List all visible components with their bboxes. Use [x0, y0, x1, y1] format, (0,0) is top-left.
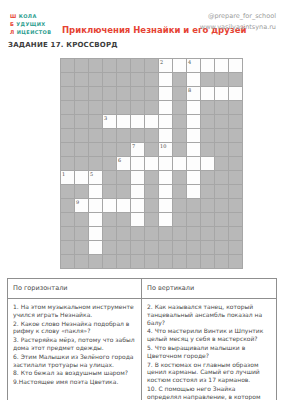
blocked-cell: [103, 59, 116, 72]
answer-cell[interactable]: [89, 185, 102, 198]
blocked-cell: [215, 157, 228, 170]
blocked-cell: [103, 227, 116, 240]
logo-line: Л ИЦЕИСТОВ: [10, 29, 51, 37]
answer-cell[interactable]: 3: [103, 115, 116, 128]
blocked-cell: [103, 213, 116, 226]
blocked-cell: [103, 241, 116, 254]
blocked-cell: [173, 199, 186, 212]
blocked-cell: [201, 185, 214, 198]
blocked-cell: [117, 101, 130, 114]
blocked-cell: [229, 213, 242, 226]
blocked-cell: [75, 241, 88, 254]
blocked-cell: [173, 185, 186, 198]
blocked-cell: [145, 73, 158, 86]
logo-line: Ш КОЛА: [10, 13, 51, 21]
blocked-cell: [215, 185, 228, 198]
blocked-cell: [229, 73, 242, 86]
answer-cell[interactable]: [229, 87, 242, 100]
blocked-cell: [187, 199, 200, 212]
blocked-cell: [201, 73, 214, 86]
blocked-cell: [229, 227, 242, 240]
blocked-cell: [61, 115, 74, 128]
clue-number: 3: [104, 115, 107, 121]
blocked-cell: [117, 73, 130, 86]
blocked-cell: [117, 185, 130, 198]
answer-cell[interactable]: 5: [89, 171, 102, 184]
blocked-cell: [75, 73, 88, 86]
clue-item: 1. На этом музыкальном инструменте училс…: [13, 303, 136, 319]
blocked-cell: [229, 241, 242, 254]
clue-number: 2: [160, 59, 163, 65]
blocked-cell: [89, 101, 102, 114]
blocked-cell: [173, 129, 186, 142]
blocked-cell: [187, 213, 200, 226]
blocked-cell: [61, 59, 74, 72]
blocked-cell: [117, 213, 130, 226]
blocked-cell: [229, 185, 242, 198]
blocked-cell: [61, 185, 74, 198]
answer-cell[interactable]: [187, 129, 200, 142]
task-label: ЗАДАНИЕ 17. КРОССВОРД: [8, 41, 118, 49]
blocked-cell: [173, 101, 186, 114]
blocked-cell: [215, 143, 228, 156]
blocked-cell: [159, 255, 172, 268]
blocked-cell: [75, 255, 88, 268]
answer-cell[interactable]: [187, 185, 200, 198]
answer-cell[interactable]: [159, 171, 172, 184]
blocked-cell: [103, 87, 116, 100]
social-links: @prepare_for_school www.vasilyasintsyna.…: [200, 11, 276, 34]
answer-cell[interactable]: [187, 73, 200, 86]
answer-cell[interactable]: [187, 143, 200, 156]
answer-cell[interactable]: 4: [187, 59, 200, 72]
blocked-cell: [215, 101, 228, 114]
blocked-cell: [117, 241, 130, 254]
blocked-cell: [75, 101, 88, 114]
blocked-cell: [145, 143, 158, 156]
blocked-cell: [75, 227, 88, 240]
blocked-cell: [131, 59, 144, 72]
blocked-cell: [229, 157, 242, 170]
blocked-cell: [145, 129, 158, 142]
blocked-cell: [229, 199, 242, 212]
blocked-cell: [229, 101, 242, 114]
instagram-handle: @prepare_for_school: [200, 11, 276, 22]
blocked-cell: [75, 157, 88, 170]
answer-cell[interactable]: [173, 157, 186, 170]
blocked-cell: [173, 87, 186, 100]
blocked-cell: [131, 227, 144, 240]
blocked-cell: [201, 255, 214, 268]
blocked-cell: [201, 171, 214, 184]
blocked-cell: [103, 255, 116, 268]
blocked-cell: [173, 73, 186, 86]
clue-number: 9: [76, 199, 79, 205]
blocked-cell: [75, 87, 88, 100]
answer-cell[interactable]: [159, 185, 172, 198]
blocked-cell: [201, 241, 214, 254]
logo-rest: КОЛА: [17, 13, 37, 19]
answer-cell[interactable]: [187, 101, 200, 114]
blocked-cell: [89, 59, 102, 72]
blocked-cell: [61, 87, 74, 100]
answer-cell[interactable]: [187, 171, 200, 184]
blocked-cell: [61, 241, 74, 254]
down-clue-list: 2. Как назывался танец, который танцевал…: [142, 299, 276, 400]
logo-rest: ИЦЕИСТОВ: [15, 29, 52, 35]
blocked-cell: [75, 129, 88, 142]
answer-cell[interactable]: [201, 59, 214, 72]
answer-cell[interactable]: [89, 213, 102, 226]
answer-cell[interactable]: [131, 115, 144, 128]
blocked-cell: [117, 227, 130, 240]
blocked-cell: [89, 129, 102, 142]
answer-cell[interactable]: [173, 59, 186, 72]
blocked-cell: [201, 213, 214, 226]
blocked-cell: [201, 115, 214, 128]
blocked-cell: [145, 101, 158, 114]
blocked-cell: [215, 241, 228, 254]
blocked-cell: [145, 227, 158, 240]
clue-number: 10: [160, 143, 166, 149]
blocked-cell: [61, 129, 74, 142]
blocked-cell: [173, 115, 186, 128]
across-header: По горизонтали: [8, 279, 142, 299]
answer-cell[interactable]: [201, 157, 214, 170]
blocked-cell: [103, 143, 116, 156]
answer-cell[interactable]: [117, 199, 130, 212]
logo-initial: Ш: [10, 13, 17, 19]
blocked-cell: [173, 227, 186, 240]
blocked-cell: [75, 115, 88, 128]
blocked-cell: [117, 143, 130, 156]
answer-cell[interactable]: [159, 199, 172, 212]
answer-cell[interactable]: [131, 199, 144, 212]
blocked-cell: [131, 87, 144, 100]
clue-item: 8. Кто бежал за воздушным шаром?: [13, 369, 136, 377]
blocked-cell: [229, 129, 242, 142]
blocked-cell: [215, 199, 228, 212]
clue-item: 9.Настоящее имя поэта Цветика.: [13, 378, 136, 386]
blocked-cell: [201, 227, 214, 240]
blocked-cell: [75, 213, 88, 226]
answer-cell[interactable]: [131, 157, 144, 170]
blocked-cell: [145, 59, 158, 72]
blocked-cell: [117, 87, 130, 100]
worksheet-page: Ш КОЛАБ УДУЩИХЛ ИЦЕИСТОВ Приключения Нез…: [0, 0, 283, 400]
blocked-cell: [201, 129, 214, 142]
blocked-cell: [229, 255, 242, 268]
answer-cell[interactable]: [187, 157, 200, 170]
blocked-cell: [61, 213, 74, 226]
blocked-cell: [89, 87, 102, 100]
blocked-cell: [173, 171, 186, 184]
answer-cell[interactable]: [201, 87, 214, 100]
blocked-cell: [61, 73, 74, 86]
answer-cell[interactable]: [159, 157, 172, 170]
blocked-cell: [215, 227, 228, 240]
blocked-cell: [229, 171, 242, 184]
crossword-grid: 24837106159: [60, 58, 243, 269]
blocked-cell: [131, 255, 144, 268]
blocked-cell: [103, 73, 116, 86]
blocked-cell: [215, 171, 228, 184]
answer-cell[interactable]: 9: [75, 199, 88, 212]
clue-item: 3. Растеряйка мёрз, потому что забыл дом…: [13, 336, 136, 352]
logo-rest: УДУЩИХ: [14, 21, 45, 27]
clue-item: 5. Что выращивали малышки в Цветочном го…: [147, 344, 271, 360]
blocked-cell: [75, 59, 88, 72]
answer-cell[interactable]: [159, 129, 172, 142]
clue-number: 7: [132, 143, 135, 149]
blocked-cell: [215, 115, 228, 128]
blocked-cell: [145, 87, 158, 100]
blocked-cell: [61, 101, 74, 114]
blocked-cell: [215, 213, 228, 226]
blocked-cell: [89, 255, 102, 268]
answer-cell[interactable]: 8: [187, 87, 200, 100]
blocked-cell: [173, 143, 186, 156]
answer-cell[interactable]: 2: [159, 59, 172, 72]
clue-number: 1: [62, 171, 65, 177]
blocked-cell: [103, 185, 116, 198]
blocked-cell: [201, 101, 214, 114]
blocked-cell: [215, 255, 228, 268]
answer-cell[interactable]: [159, 101, 172, 114]
blocked-cell: [131, 101, 144, 114]
blocked-cell: [173, 241, 186, 254]
blocked-cell: [117, 129, 130, 142]
blocked-cell: [159, 227, 172, 240]
clue-item: 7. В костюмах он главным образом ценил к…: [147, 361, 271, 384]
clue-item: 2. Как назывался танец, который танцевал…: [147, 303, 271, 326]
blocked-cell: [145, 241, 158, 254]
blocked-cell: [173, 213, 186, 226]
answer-cell[interactable]: [229, 59, 242, 72]
blocked-cell: [117, 59, 130, 72]
blocked-cell: [187, 227, 200, 240]
clue-item: 4. Что мастерили Винтик и Шпунтик целый …: [147, 327, 271, 343]
blocked-cell: [103, 171, 116, 184]
blocked-cell: [187, 241, 200, 254]
blocked-cell: [89, 73, 102, 86]
blocked-cell: [89, 143, 102, 156]
answer-cell[interactable]: [159, 87, 172, 100]
answer-cell[interactable]: [145, 157, 158, 170]
blocked-cell: [187, 255, 200, 268]
blocked-cell: [145, 255, 158, 268]
blocked-cell: [89, 157, 102, 170]
blocked-cell: [61, 199, 74, 212]
school-logo: Ш КОЛАБ УДУЩИХЛ ИЦЕИСТОВ: [10, 13, 51, 36]
blocked-cell: [173, 255, 186, 268]
clue-item: 6. Этим Малышки из Зелёного города засти…: [13, 353, 136, 369]
blocked-cell: [145, 171, 158, 184]
blocked-cell: [215, 129, 228, 142]
blocked-cell: [131, 129, 144, 142]
answer-cell[interactable]: [159, 73, 172, 86]
blocked-cell: [61, 157, 74, 170]
answer-cell[interactable]: [75, 171, 88, 184]
answer-cell[interactable]: [145, 115, 158, 128]
blocked-cell: [229, 143, 242, 156]
blocked-cell: [131, 73, 144, 86]
logo-line: Б УДУЩИХ: [10, 21, 51, 29]
answer-cell[interactable]: 6: [117, 157, 130, 170]
clue-item: 10. С помощью него Знайка определял напр…: [147, 385, 271, 400]
answer-cell[interactable]: 1: [61, 171, 74, 184]
blocked-cell: [103, 129, 116, 142]
answer-cell[interactable]: [159, 213, 172, 226]
answer-cell[interactable]: 7: [131, 143, 144, 156]
answer-cell[interactable]: [131, 171, 144, 184]
blocked-cell: [103, 101, 116, 114]
clue-number: 4: [188, 59, 191, 65]
blocked-cell: [201, 199, 214, 212]
blocked-cell: [145, 199, 158, 212]
blocked-cell: [159, 241, 172, 254]
answer-cell[interactable]: [215, 59, 228, 72]
blocked-cell: [117, 171, 130, 184]
answer-cell[interactable]: 10: [159, 143, 172, 156]
blocked-cell: [61, 255, 74, 268]
answer-cell[interactable]: [215, 87, 228, 100]
answer-cell[interactable]: [89, 199, 102, 212]
answer-cell[interactable]: [187, 115, 200, 128]
answer-cell[interactable]: [89, 227, 102, 240]
blocked-cell: [215, 73, 228, 86]
blocked-cell: [145, 213, 158, 226]
blocked-cell: [229, 115, 242, 128]
answer-cell[interactable]: [131, 213, 144, 226]
answer-cell[interactable]: [103, 199, 116, 212]
blocked-cell: [103, 157, 116, 170]
blocked-cell: [61, 143, 74, 156]
clue-item: 2. Какое слово Незнайка подобрал в рифму…: [13, 320, 136, 336]
blocked-cell: [145, 185, 158, 198]
clue-table: По горизонтали По вертикали 1. На этом м…: [7, 278, 277, 400]
blocked-cell: [117, 255, 130, 268]
down-header: По вертикали: [142, 279, 276, 299]
blocked-cell: [61, 227, 74, 240]
answer-cell[interactable]: [159, 115, 172, 128]
clue-number: 5: [90, 171, 93, 177]
clue-number: 8: [188, 87, 191, 93]
blocked-cell: [131, 241, 144, 254]
answer-cell[interactable]: [131, 185, 144, 198]
clue-number: 6: [118, 157, 121, 163]
blocked-cell: [75, 143, 88, 156]
blocked-cell: [201, 143, 214, 156]
answer-cell[interactable]: [89, 241, 102, 254]
blocked-cell: [89, 115, 102, 128]
answer-cell[interactable]: [117, 115, 130, 128]
across-clue-list: 1. На этом музыкальном инструменте училс…: [8, 299, 142, 400]
website-link: www.vasilyasintsyna.ru: [200, 22, 276, 33]
blocked-cell: [75, 185, 88, 198]
